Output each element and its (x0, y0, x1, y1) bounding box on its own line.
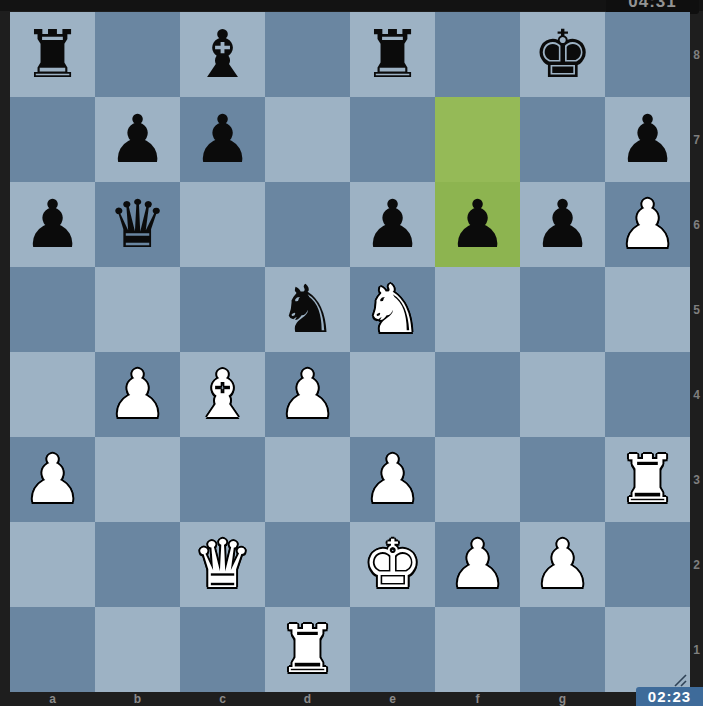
square-f7[interactable] (435, 97, 520, 182)
file-label-d: d (265, 692, 350, 706)
piece-white-bishop[interactable]: ♝ (193, 352, 252, 437)
piece-black-pawn[interactable]: ♟ (193, 97, 252, 182)
square-e4[interactable] (350, 352, 435, 437)
square-d4[interactable]: ♟ (265, 352, 350, 437)
file-label-f: f (435, 692, 520, 706)
square-d5[interactable]: ♞ (265, 267, 350, 352)
rank-label-1: 1 (690, 607, 703, 692)
piece-white-pawn[interactable]: ♟ (533, 522, 592, 607)
file-label-g: g (520, 692, 605, 706)
square-g5[interactable] (520, 267, 605, 352)
piece-white-pawn[interactable]: ♟ (618, 182, 677, 267)
square-g2[interactable]: ♟ (520, 522, 605, 607)
rank-label-6: 6 (690, 182, 703, 267)
piece-black-knight[interactable]: ♞ (278, 267, 337, 352)
piece-black-rook[interactable]: ♜ (23, 12, 82, 97)
square-h7[interactable]: ♟ (605, 97, 690, 182)
square-h6[interactable]: ♟ (605, 182, 690, 267)
square-c6[interactable] (180, 182, 265, 267)
square-a4[interactable] (10, 352, 95, 437)
square-b4[interactable]: ♟ (95, 352, 180, 437)
file-label-b: b (95, 692, 180, 706)
square-f4[interactable] (435, 352, 520, 437)
piece-black-bishop[interactable]: ♝ (193, 12, 252, 97)
square-b8[interactable] (95, 12, 180, 97)
square-b6[interactable]: ♛ (95, 182, 180, 267)
piece-white-rook[interactable]: ♜ (618, 437, 677, 522)
square-f8[interactable] (435, 12, 520, 97)
piece-black-pawn[interactable]: ♟ (23, 182, 82, 267)
square-d3[interactable] (265, 437, 350, 522)
piece-black-queen[interactable]: ♛ (108, 182, 167, 267)
square-a2[interactable] (10, 522, 95, 607)
square-f1[interactable] (435, 607, 520, 692)
piece-white-pawn[interactable]: ♟ (108, 352, 167, 437)
file-label-a: a (10, 692, 95, 706)
square-g4[interactable] (520, 352, 605, 437)
square-c5[interactable] (180, 267, 265, 352)
piece-white-pawn[interactable]: ♟ (363, 437, 422, 522)
square-c4[interactable]: ♝ (180, 352, 265, 437)
piece-white-knight[interactable]: ♞ (363, 267, 422, 352)
piece-black-pawn[interactable]: ♟ (363, 182, 422, 267)
file-labels: abcdefgh (10, 692, 690, 706)
square-g1[interactable] (520, 607, 605, 692)
square-d7[interactable] (265, 97, 350, 182)
square-c8[interactable]: ♝ (180, 12, 265, 97)
square-d8[interactable] (265, 12, 350, 97)
square-a3[interactable]: ♟ (10, 437, 95, 522)
square-d6[interactable] (265, 182, 350, 267)
rank-label-2: 2 (690, 522, 703, 607)
piece-black-pawn[interactable]: ♟ (108, 97, 167, 182)
rank-label-3: 3 (690, 437, 703, 522)
square-c7[interactable]: ♟ (180, 97, 265, 182)
square-a8[interactable]: ♜ (10, 12, 95, 97)
square-h2[interactable] (605, 522, 690, 607)
square-h5[interactable] (605, 267, 690, 352)
square-b5[interactable] (95, 267, 180, 352)
square-a5[interactable] (10, 267, 95, 352)
piece-black-pawn[interactable]: ♟ (618, 97, 677, 182)
square-g8[interactable]: ♚ (520, 12, 605, 97)
piece-white-king[interactable]: ♚ (363, 522, 422, 607)
square-g6[interactable]: ♟ (520, 182, 605, 267)
square-d1[interactable]: ♜ (265, 607, 350, 692)
piece-black-pawn[interactable]: ♟ (533, 182, 592, 267)
square-f5[interactable] (435, 267, 520, 352)
piece-white-pawn[interactable]: ♟ (448, 522, 507, 607)
square-e1[interactable] (350, 607, 435, 692)
file-label-e: e (350, 692, 435, 706)
square-c1[interactable] (180, 607, 265, 692)
square-a1[interactable] (10, 607, 95, 692)
piece-white-pawn[interactable]: ♟ (23, 437, 82, 522)
square-e3[interactable]: ♟ (350, 437, 435, 522)
square-b1[interactable] (95, 607, 180, 692)
square-g7[interactable] (520, 97, 605, 182)
player-clock: 02:23 (636, 687, 703, 706)
rank-label-5: 5 (690, 267, 703, 352)
square-e8[interactable]: ♜ (350, 12, 435, 97)
square-h3[interactable]: ♜ (605, 437, 690, 522)
square-e7[interactable] (350, 97, 435, 182)
top-toolbar (0, 0, 703, 11)
square-h8[interactable] (605, 12, 690, 97)
square-d2[interactable] (265, 522, 350, 607)
square-f6[interactable]: ♟ (435, 182, 520, 267)
square-e6[interactable]: ♟ (350, 182, 435, 267)
square-e5[interactable]: ♞ (350, 267, 435, 352)
piece-black-king[interactable]: ♚ (533, 12, 592, 97)
square-f2[interactable]: ♟ (435, 522, 520, 607)
rank-labels: 87654321 (690, 12, 703, 692)
chess-board: ♜♝♜♚♟♟♟♟♛♟♟♟♟♞♞♟♝♟♟♟♜♛♚♟♟♜ (10, 12, 690, 692)
piece-white-pawn[interactable]: ♟ (278, 352, 337, 437)
square-e2[interactable]: ♚ (350, 522, 435, 607)
rank-label-4: 4 (690, 352, 703, 437)
square-c2[interactable]: ♛ (180, 522, 265, 607)
square-c3[interactable] (180, 437, 265, 522)
piece-black-pawn[interactable]: ♟ (448, 182, 507, 267)
piece-white-rook[interactable]: ♜ (278, 607, 337, 692)
square-h4[interactable] (605, 352, 690, 437)
square-a6[interactable]: ♟ (10, 182, 95, 267)
square-b2[interactable] (95, 522, 180, 607)
square-b3[interactable] (95, 437, 180, 522)
piece-black-rook[interactable]: ♜ (363, 12, 422, 97)
piece-white-queen[interactable]: ♛ (193, 522, 252, 607)
square-g3[interactable] (520, 437, 605, 522)
square-b7[interactable]: ♟ (95, 97, 180, 182)
rank-label-7: 7 (690, 97, 703, 182)
file-label-c: c (180, 692, 265, 706)
square-a7[interactable] (10, 97, 95, 182)
rank-label-8: 8 (690, 12, 703, 97)
square-f3[interactable] (435, 437, 520, 522)
